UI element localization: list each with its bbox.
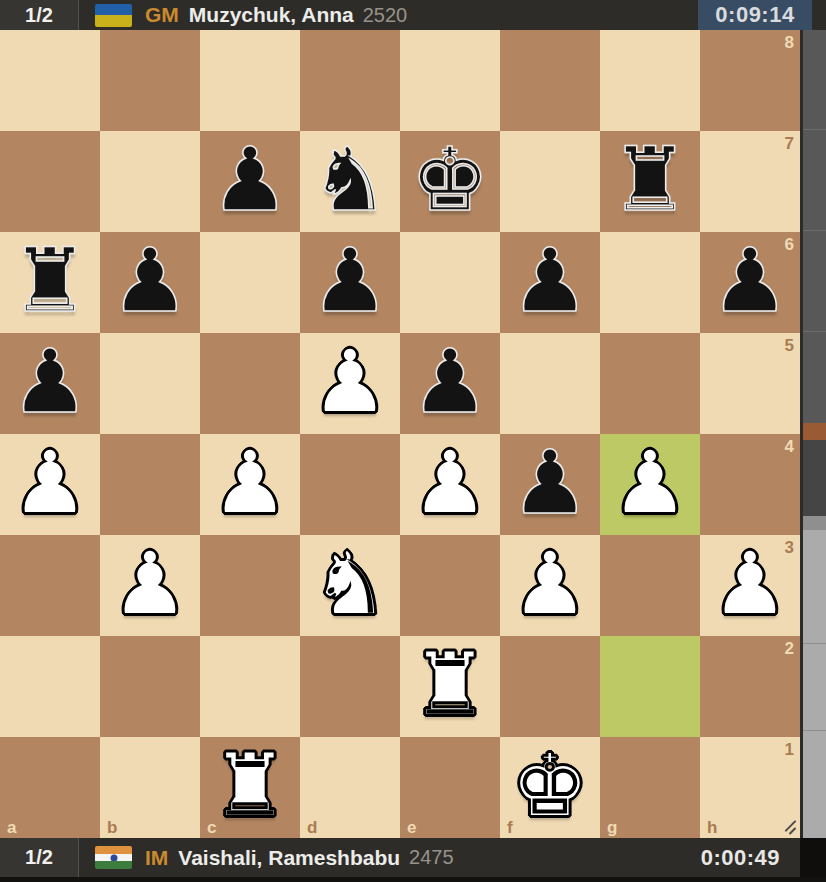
rank-label-1: 1 bbox=[785, 741, 794, 758]
square-b7[interactable] bbox=[100, 131, 200, 232]
square-e1[interactable]: e bbox=[400, 737, 500, 838]
square-e5[interactable]: ♟︎ bbox=[400, 333, 500, 434]
square-h6[interactable]: ♟︎6 bbox=[700, 232, 800, 333]
rank-label-5: 5 bbox=[785, 337, 794, 354]
white-pawn-a4[interactable]: ♟︎ bbox=[11, 439, 90, 527]
square-b3[interactable]: ♟︎ bbox=[100, 535, 200, 636]
square-a3[interactable] bbox=[0, 535, 100, 636]
rank-label-8: 8 bbox=[785, 34, 794, 51]
india-flag-icon bbox=[95, 846, 132, 869]
square-b1[interactable]: b bbox=[100, 737, 200, 838]
chakra-icon bbox=[110, 854, 117, 861]
square-g4[interactable]: ♟︎ bbox=[600, 434, 700, 535]
rank-label-3: 3 bbox=[785, 539, 794, 556]
file-label-a: a bbox=[7, 819, 16, 836]
rank-label-4: 4 bbox=[785, 438, 794, 455]
file-label-b: b bbox=[107, 819, 117, 836]
square-a6[interactable]: ♜︎ bbox=[0, 232, 100, 333]
panel-corner bbox=[800, 838, 826, 877]
white-knight-d3[interactable]: ♞︎ bbox=[311, 540, 390, 628]
square-a7[interactable] bbox=[0, 131, 100, 232]
square-h3[interactable]: ♟︎3 bbox=[700, 535, 800, 636]
file-label-d: d bbox=[307, 819, 317, 836]
side-strip-segment bbox=[803, 30, 826, 130]
square-a4[interactable]: ♟︎ bbox=[0, 434, 100, 535]
black-pawn-a5[interactable]: ♟︎ bbox=[11, 338, 90, 426]
square-c5[interactable] bbox=[200, 333, 300, 434]
bottom-player-rating: 2475 bbox=[409, 846, 454, 869]
black-pawn-f6[interactable]: ♟︎ bbox=[511, 237, 590, 325]
white-pawn-d5[interactable]: ♟︎ bbox=[311, 338, 390, 426]
side-strip-segment bbox=[803, 332, 826, 423]
square-d4[interactable] bbox=[300, 434, 400, 535]
square-h7[interactable]: 7 bbox=[700, 131, 800, 232]
square-f7[interactable] bbox=[500, 131, 600, 232]
square-h5[interactable]: 5 bbox=[700, 333, 800, 434]
square-e4[interactable]: ♟︎ bbox=[400, 434, 500, 535]
square-f8[interactable] bbox=[500, 30, 600, 131]
square-b8[interactable] bbox=[100, 30, 200, 131]
square-b4[interactable] bbox=[100, 434, 200, 535]
file-label-h: h bbox=[707, 819, 717, 836]
rank-label-7: 7 bbox=[785, 135, 794, 152]
square-e7[interactable]: ♚︎ bbox=[400, 131, 500, 232]
black-knight-d7[interactable]: ♞︎ bbox=[311, 136, 390, 224]
black-pawn-f4[interactable]: ♟︎ bbox=[511, 439, 590, 527]
black-rook-g7[interactable]: ♜︎ bbox=[611, 136, 690, 224]
square-g6[interactable] bbox=[600, 232, 700, 333]
file-label-g: g bbox=[607, 819, 617, 836]
black-pawn-d6[interactable]: ♟︎ bbox=[311, 237, 390, 325]
white-pawn-b3[interactable]: ♟︎ bbox=[111, 540, 190, 628]
file-label-e: e bbox=[407, 819, 416, 836]
white-rook-e2[interactable]: ♜︎ bbox=[411, 641, 490, 729]
file-label-f: f bbox=[507, 819, 513, 836]
side-strip-segment bbox=[803, 440, 826, 516]
bottom-player-name: Vaishali, Rameshbabu bbox=[178, 846, 400, 870]
square-b2[interactable] bbox=[100, 636, 200, 737]
square-c3[interactable] bbox=[200, 535, 300, 636]
current-move-marker bbox=[803, 423, 826, 440]
white-pawn-f3[interactable]: ♟︎ bbox=[511, 540, 590, 628]
square-c1[interactable]: ♜︎c bbox=[200, 737, 300, 838]
square-f4[interactable]: ♟︎ bbox=[500, 434, 600, 535]
top-player-clock: 0:09:14 bbox=[698, 0, 812, 30]
bottom-player-title: IM bbox=[145, 846, 168, 870]
bottom-edge bbox=[0, 877, 826, 882]
square-d1[interactable]: d bbox=[300, 737, 400, 838]
rank-label-6: 6 bbox=[785, 236, 794, 253]
black-pawn-h6[interactable]: ♟︎ bbox=[711, 237, 790, 325]
square-g7[interactable]: ♜︎ bbox=[600, 131, 700, 232]
square-g1[interactable]: g bbox=[600, 737, 700, 838]
white-king-f1[interactable]: ♚︎ bbox=[511, 742, 590, 830]
square-h8[interactable]: 8 bbox=[700, 30, 800, 131]
square-d7[interactable]: ♞︎ bbox=[300, 131, 400, 232]
top-player-rating: 2520 bbox=[363, 4, 408, 27]
black-pawn-c7[interactable]: ♟︎ bbox=[211, 136, 290, 224]
square-e6[interactable] bbox=[400, 232, 500, 333]
square-a5[interactable]: ♟︎ bbox=[0, 333, 100, 434]
square-f5[interactable] bbox=[500, 333, 600, 434]
broadcast-board-app: 1/2 GM Muzychuk, Anna 2520 0:09:14 8♟︎♞︎… bbox=[0, 0, 826, 882]
square-f2[interactable] bbox=[500, 636, 600, 737]
white-pawn-c4[interactable]: ♟︎ bbox=[211, 439, 290, 527]
square-g5[interactable] bbox=[600, 333, 700, 434]
side-panel-strip bbox=[800, 30, 826, 838]
square-e8[interactable] bbox=[400, 30, 500, 131]
black-pawn-e5[interactable]: ♟︎ bbox=[411, 338, 490, 426]
square-g8[interactable] bbox=[600, 30, 700, 131]
top-player-score: 1/2 bbox=[0, 0, 79, 30]
square-d3[interactable]: ♞︎ bbox=[300, 535, 400, 636]
black-king-e7[interactable]: ♚︎ bbox=[411, 136, 490, 224]
square-b6[interactable]: ♟︎ bbox=[100, 232, 200, 333]
square-c8[interactable] bbox=[200, 30, 300, 131]
board-area: 8♟︎♞︎♚︎♜︎7♜︎♟︎♟︎♟︎♟︎6♟︎♟︎♟︎5♟︎♟︎♟︎♟︎♟︎4♟… bbox=[0, 30, 826, 838]
square-d2[interactable] bbox=[300, 636, 400, 737]
square-g2[interactable] bbox=[600, 636, 700, 737]
rank-label-2: 2 bbox=[785, 640, 794, 657]
top-player-bar: 1/2 GM Muzychuk, Anna 2520 0:09:14 bbox=[0, 0, 826, 30]
square-a8[interactable] bbox=[0, 30, 100, 131]
square-f1[interactable]: ♚︎f bbox=[500, 737, 600, 838]
white-pawn-g4[interactable]: ♟︎ bbox=[611, 439, 690, 527]
bottom-player-bar: 1/2 IM Vaishali, Rameshbabu 2475 0:00:49 bbox=[0, 838, 826, 877]
square-b5[interactable] bbox=[100, 333, 200, 434]
square-h4[interactable]: 4 bbox=[700, 434, 800, 535]
chess-board[interactable]: 8♟︎♞︎♚︎♜︎7♜︎♟︎♟︎♟︎♟︎6♟︎♟︎♟︎5♟︎♟︎♟︎♟︎♟︎4♟… bbox=[0, 30, 800, 838]
side-strip-segment bbox=[803, 130, 826, 231]
side-strip-segment bbox=[803, 231, 826, 332]
file-label-c: c bbox=[207, 819, 216, 836]
board-resize-handle[interactable] bbox=[778, 817, 798, 835]
white-pawn-e4[interactable]: ♟︎ bbox=[411, 439, 490, 527]
square-c2[interactable] bbox=[200, 636, 300, 737]
bottom-player-clock: 0:00:49 bbox=[701, 838, 780, 877]
square-c4[interactable]: ♟︎ bbox=[200, 434, 300, 535]
white-pawn-h3[interactable]: ♟︎ bbox=[711, 540, 790, 628]
scrollbar-track[interactable] bbox=[803, 530, 826, 838]
square-c6[interactable] bbox=[200, 232, 300, 333]
square-d8[interactable] bbox=[300, 30, 400, 131]
square-g3[interactable] bbox=[600, 535, 700, 636]
top-player-name: Muzychuk, Anna bbox=[189, 3, 354, 27]
white-rook-c1[interactable]: ♜︎ bbox=[211, 742, 290, 830]
side-strip-segment bbox=[803, 516, 826, 530]
square-e2[interactable]: ♜︎ bbox=[400, 636, 500, 737]
bottom-area: 1/2 IM Vaishali, Rameshbabu 2475 0:00:49 bbox=[0, 838, 826, 882]
ukraine-flag-icon bbox=[95, 4, 132, 27]
bottom-player-score: 1/2 bbox=[0, 838, 79, 877]
square-e3[interactable] bbox=[400, 535, 500, 636]
square-f3[interactable]: ♟︎ bbox=[500, 535, 600, 636]
square-h2[interactable]: 2 bbox=[700, 636, 800, 737]
square-a1[interactable]: a bbox=[0, 737, 100, 838]
square-d5[interactable]: ♟︎ bbox=[300, 333, 400, 434]
square-a2[interactable] bbox=[0, 636, 100, 737]
square-d6[interactable]: ♟︎ bbox=[300, 232, 400, 333]
black-rook-a6[interactable]: ♜︎ bbox=[11, 237, 90, 325]
square-c7[interactable]: ♟︎ bbox=[200, 131, 300, 232]
top-player-title: GM bbox=[145, 3, 179, 27]
black-pawn-b6[interactable]: ♟︎ bbox=[111, 237, 190, 325]
square-f6[interactable]: ♟︎ bbox=[500, 232, 600, 333]
